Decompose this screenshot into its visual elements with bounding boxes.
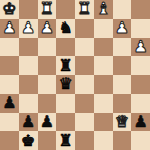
square-h3[interactable] [131,94,150,113]
square-d7[interactable]: ♞ [56,19,75,38]
square-a4[interactable] [0,75,19,94]
piece-white-rook[interactable]: ♜ [77,1,91,17]
square-d6[interactable] [56,38,75,57]
square-d1[interactable]: ♜ [56,131,75,150]
square-a6[interactable] [0,38,19,57]
square-f7[interactable] [94,19,113,38]
piece-white-pawn[interactable]: ♟ [133,38,147,54]
piece-black-pawn[interactable]: ♟ [133,113,147,129]
square-c2[interactable]: ♟ [38,113,57,132]
square-f8[interactable]: ♝ [94,0,113,19]
square-c5[interactable] [38,56,57,75]
square-g6[interactable] [113,38,132,57]
square-h6[interactable]: ♟ [131,38,150,57]
square-g5[interactable] [113,56,132,75]
square-c8[interactable]: ♜ [38,0,57,19]
square-f1[interactable] [94,131,113,150]
piece-white-king[interactable]: ♚ [2,1,16,17]
square-c1[interactable] [38,131,57,150]
square-a7[interactable]: ♟ [0,19,19,38]
piece-white-queen[interactable]: ♛ [115,113,129,129]
piece-black-queen[interactable]: ♛ [58,76,72,92]
square-e6[interactable] [75,38,94,57]
square-g2[interactable]: ♛ [113,113,132,132]
square-d4[interactable]: ♛ [56,75,75,94]
square-g1[interactable] [113,131,132,150]
piece-black-pawn[interactable]: ♟ [2,95,16,111]
square-f5[interactable] [94,56,113,75]
piece-white-rook[interactable]: ♜ [40,1,54,17]
square-f3[interactable] [94,94,113,113]
piece-white-pawn[interactable]: ♟ [40,20,54,36]
square-h5[interactable] [131,56,150,75]
piece-black-pawn[interactable]: ♟ [40,113,54,129]
square-g4[interactable] [113,75,132,94]
chess-board: ♚♜♜♝♟♟♟♞♟♟♜♛♟♟♟♛♟♚♜ [0,0,150,150]
square-c6[interactable] [38,38,57,57]
square-b4[interactable] [19,75,38,94]
square-f4[interactable] [94,75,113,94]
square-g3[interactable] [113,94,132,113]
square-a5[interactable] [0,56,19,75]
square-b3[interactable] [19,94,38,113]
square-b6[interactable] [19,38,38,57]
piece-black-king[interactable]: ♚ [21,132,35,148]
square-h1[interactable] [131,131,150,150]
square-d2[interactable] [56,113,75,132]
square-b8[interactable] [19,0,38,19]
square-c4[interactable] [38,75,57,94]
piece-black-rook[interactable]: ♜ [58,57,72,73]
square-e4[interactable] [75,75,94,94]
piece-white-pawn[interactable]: ♟ [115,20,129,36]
square-e8[interactable]: ♜ [75,0,94,19]
square-d3[interactable] [56,94,75,113]
square-b1[interactable]: ♚ [19,131,38,150]
square-a1[interactable] [0,131,19,150]
piece-white-bishop[interactable]: ♝ [96,1,110,17]
square-h8[interactable] [131,0,150,19]
square-b7[interactable]: ♟ [19,19,38,38]
square-e7[interactable] [75,19,94,38]
piece-white-pawn[interactable]: ♟ [2,20,16,36]
square-h4[interactable] [131,75,150,94]
square-e1[interactable] [75,131,94,150]
square-h7[interactable] [131,19,150,38]
piece-black-rook[interactable]: ♜ [58,132,72,148]
square-f2[interactable] [94,113,113,132]
square-g8[interactable] [113,0,132,19]
square-d5[interactable]: ♜ [56,56,75,75]
piece-black-knight[interactable]: ♞ [58,20,72,36]
piece-black-pawn[interactable]: ♟ [21,113,35,129]
square-a3[interactable]: ♟ [0,94,19,113]
square-e3[interactable] [75,94,94,113]
square-a8[interactable]: ♚ [0,0,19,19]
square-e2[interactable] [75,113,94,132]
piece-white-pawn[interactable]: ♟ [21,20,35,36]
square-e5[interactable] [75,56,94,75]
square-a2[interactable] [0,113,19,132]
square-c7[interactable]: ♟ [38,19,57,38]
square-h2[interactable]: ♟ [131,113,150,132]
square-b5[interactable] [19,56,38,75]
square-b2[interactable]: ♟ [19,113,38,132]
square-c3[interactable] [38,94,57,113]
square-g7[interactable]: ♟ [113,19,132,38]
square-d8[interactable] [56,0,75,19]
square-f6[interactable] [94,38,113,57]
